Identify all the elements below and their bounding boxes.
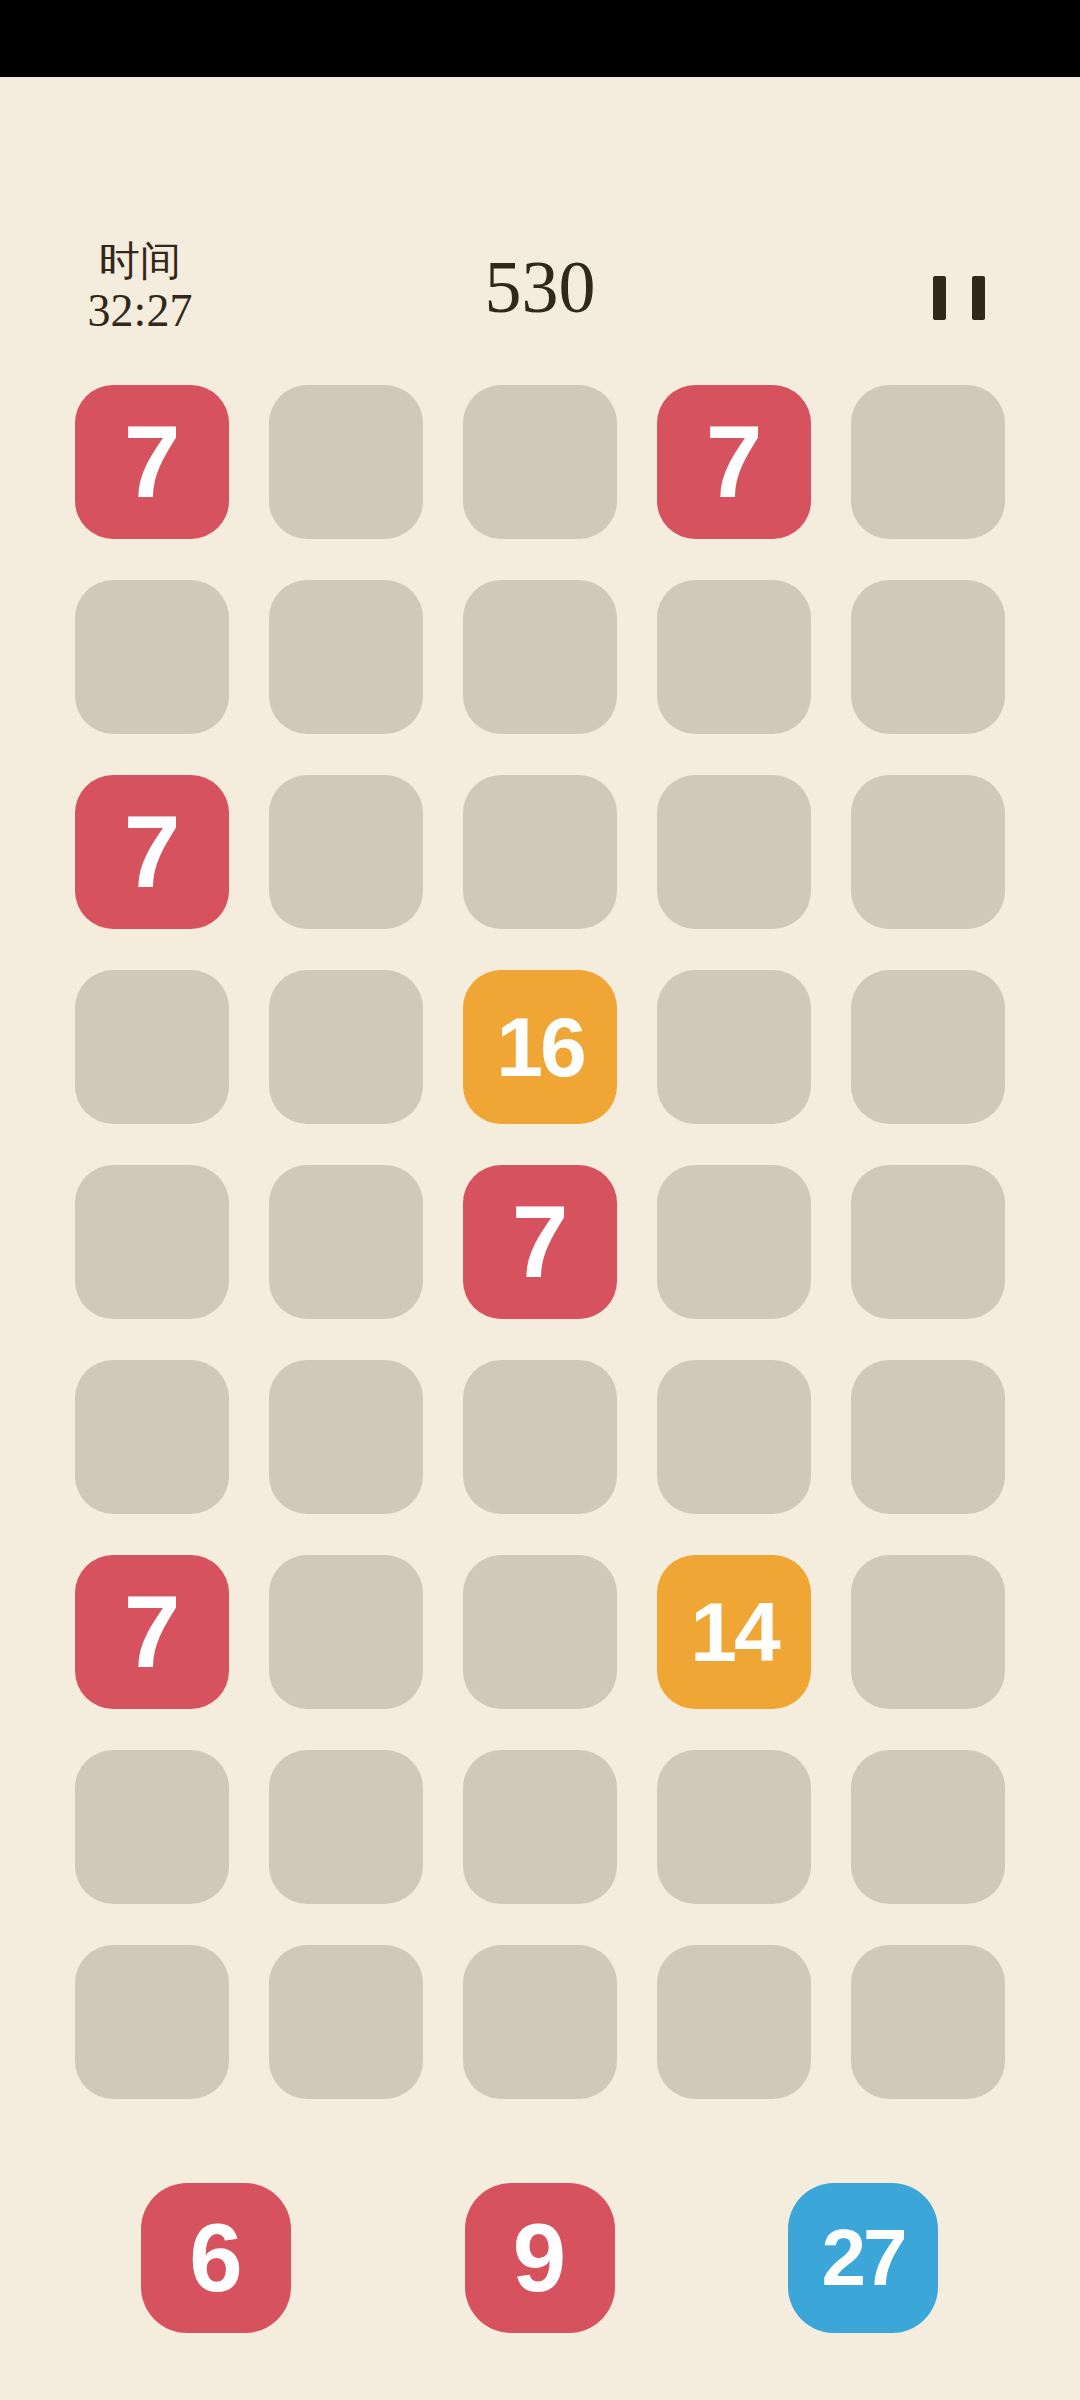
board-grid: 777167714 [75,385,1005,2099]
board-empty-cell[interactable] [75,970,229,1124]
board-tile-7[interactable]: 7 [75,385,229,539]
board-empty-cell[interactable] [851,1360,1005,1514]
board-empty-cell[interactable] [657,970,811,1124]
hand-tile-6[interactable]: 6 [141,2183,291,2333]
board-empty-cell[interactable] [657,1750,811,1904]
board-empty-cell[interactable] [851,1945,1005,2099]
pause-icon [972,276,985,320]
board-empty-cell[interactable] [463,1945,617,2099]
board-tile-7[interactable]: 7 [75,775,229,929]
board-empty-cell[interactable] [657,1360,811,1514]
board-empty-cell[interactable] [269,1750,423,1904]
board-empty-cell[interactable] [463,775,617,929]
hand-tile-27[interactable]: 27 [788,2183,938,2333]
board-empty-cell[interactable] [851,1555,1005,1709]
board-tile-7[interactable]: 7 [75,1555,229,1709]
board-empty-cell[interactable] [851,1750,1005,1904]
board-empty-cell[interactable] [657,1165,811,1319]
board-empty-cell[interactable] [269,385,423,539]
status-bar [0,0,1080,77]
board-empty-cell[interactable] [463,1750,617,1904]
score-value: 530 [0,250,1080,324]
header: 时间 32:27 530 [0,240,1080,360]
board-empty-cell[interactable] [269,1945,423,2099]
board-empty-cell[interactable] [269,775,423,929]
board-empty-cell[interactable] [269,1165,423,1319]
board-empty-cell[interactable] [75,1360,229,1514]
hand-row: 6927 [141,2183,938,2333]
board-empty-cell[interactable] [851,775,1005,929]
board-empty-cell[interactable] [269,1360,423,1514]
board-empty-cell[interactable] [657,775,811,929]
board-empty-cell[interactable] [657,1945,811,2099]
board-tile-16[interactable]: 16 [463,970,617,1124]
board-tile-7[interactable]: 7 [657,385,811,539]
pause-button[interactable] [933,276,985,320]
board-empty-cell[interactable] [851,580,1005,734]
board-empty-cell[interactable] [75,1945,229,2099]
board-empty-cell[interactable] [75,1750,229,1904]
board-empty-cell[interactable] [269,970,423,1124]
board-empty-cell[interactable] [463,580,617,734]
board-tile-14[interactable]: 14 [657,1555,811,1709]
board-tile-7[interactable]: 7 [463,1165,617,1319]
board-empty-cell[interactable] [851,970,1005,1124]
board-empty-cell[interactable] [269,1555,423,1709]
board-empty-cell[interactable] [75,1165,229,1319]
pause-icon [933,276,946,320]
board-empty-cell[interactable] [75,580,229,734]
board-empty-cell[interactable] [851,1165,1005,1319]
board-empty-cell[interactable] [463,385,617,539]
hand-tile-9[interactable]: 9 [465,2183,615,2333]
board-empty-cell[interactable] [851,385,1005,539]
board-empty-cell[interactable] [463,1555,617,1709]
board-empty-cell[interactable] [657,580,811,734]
board-empty-cell[interactable] [269,580,423,734]
board-empty-cell[interactable] [463,1360,617,1514]
